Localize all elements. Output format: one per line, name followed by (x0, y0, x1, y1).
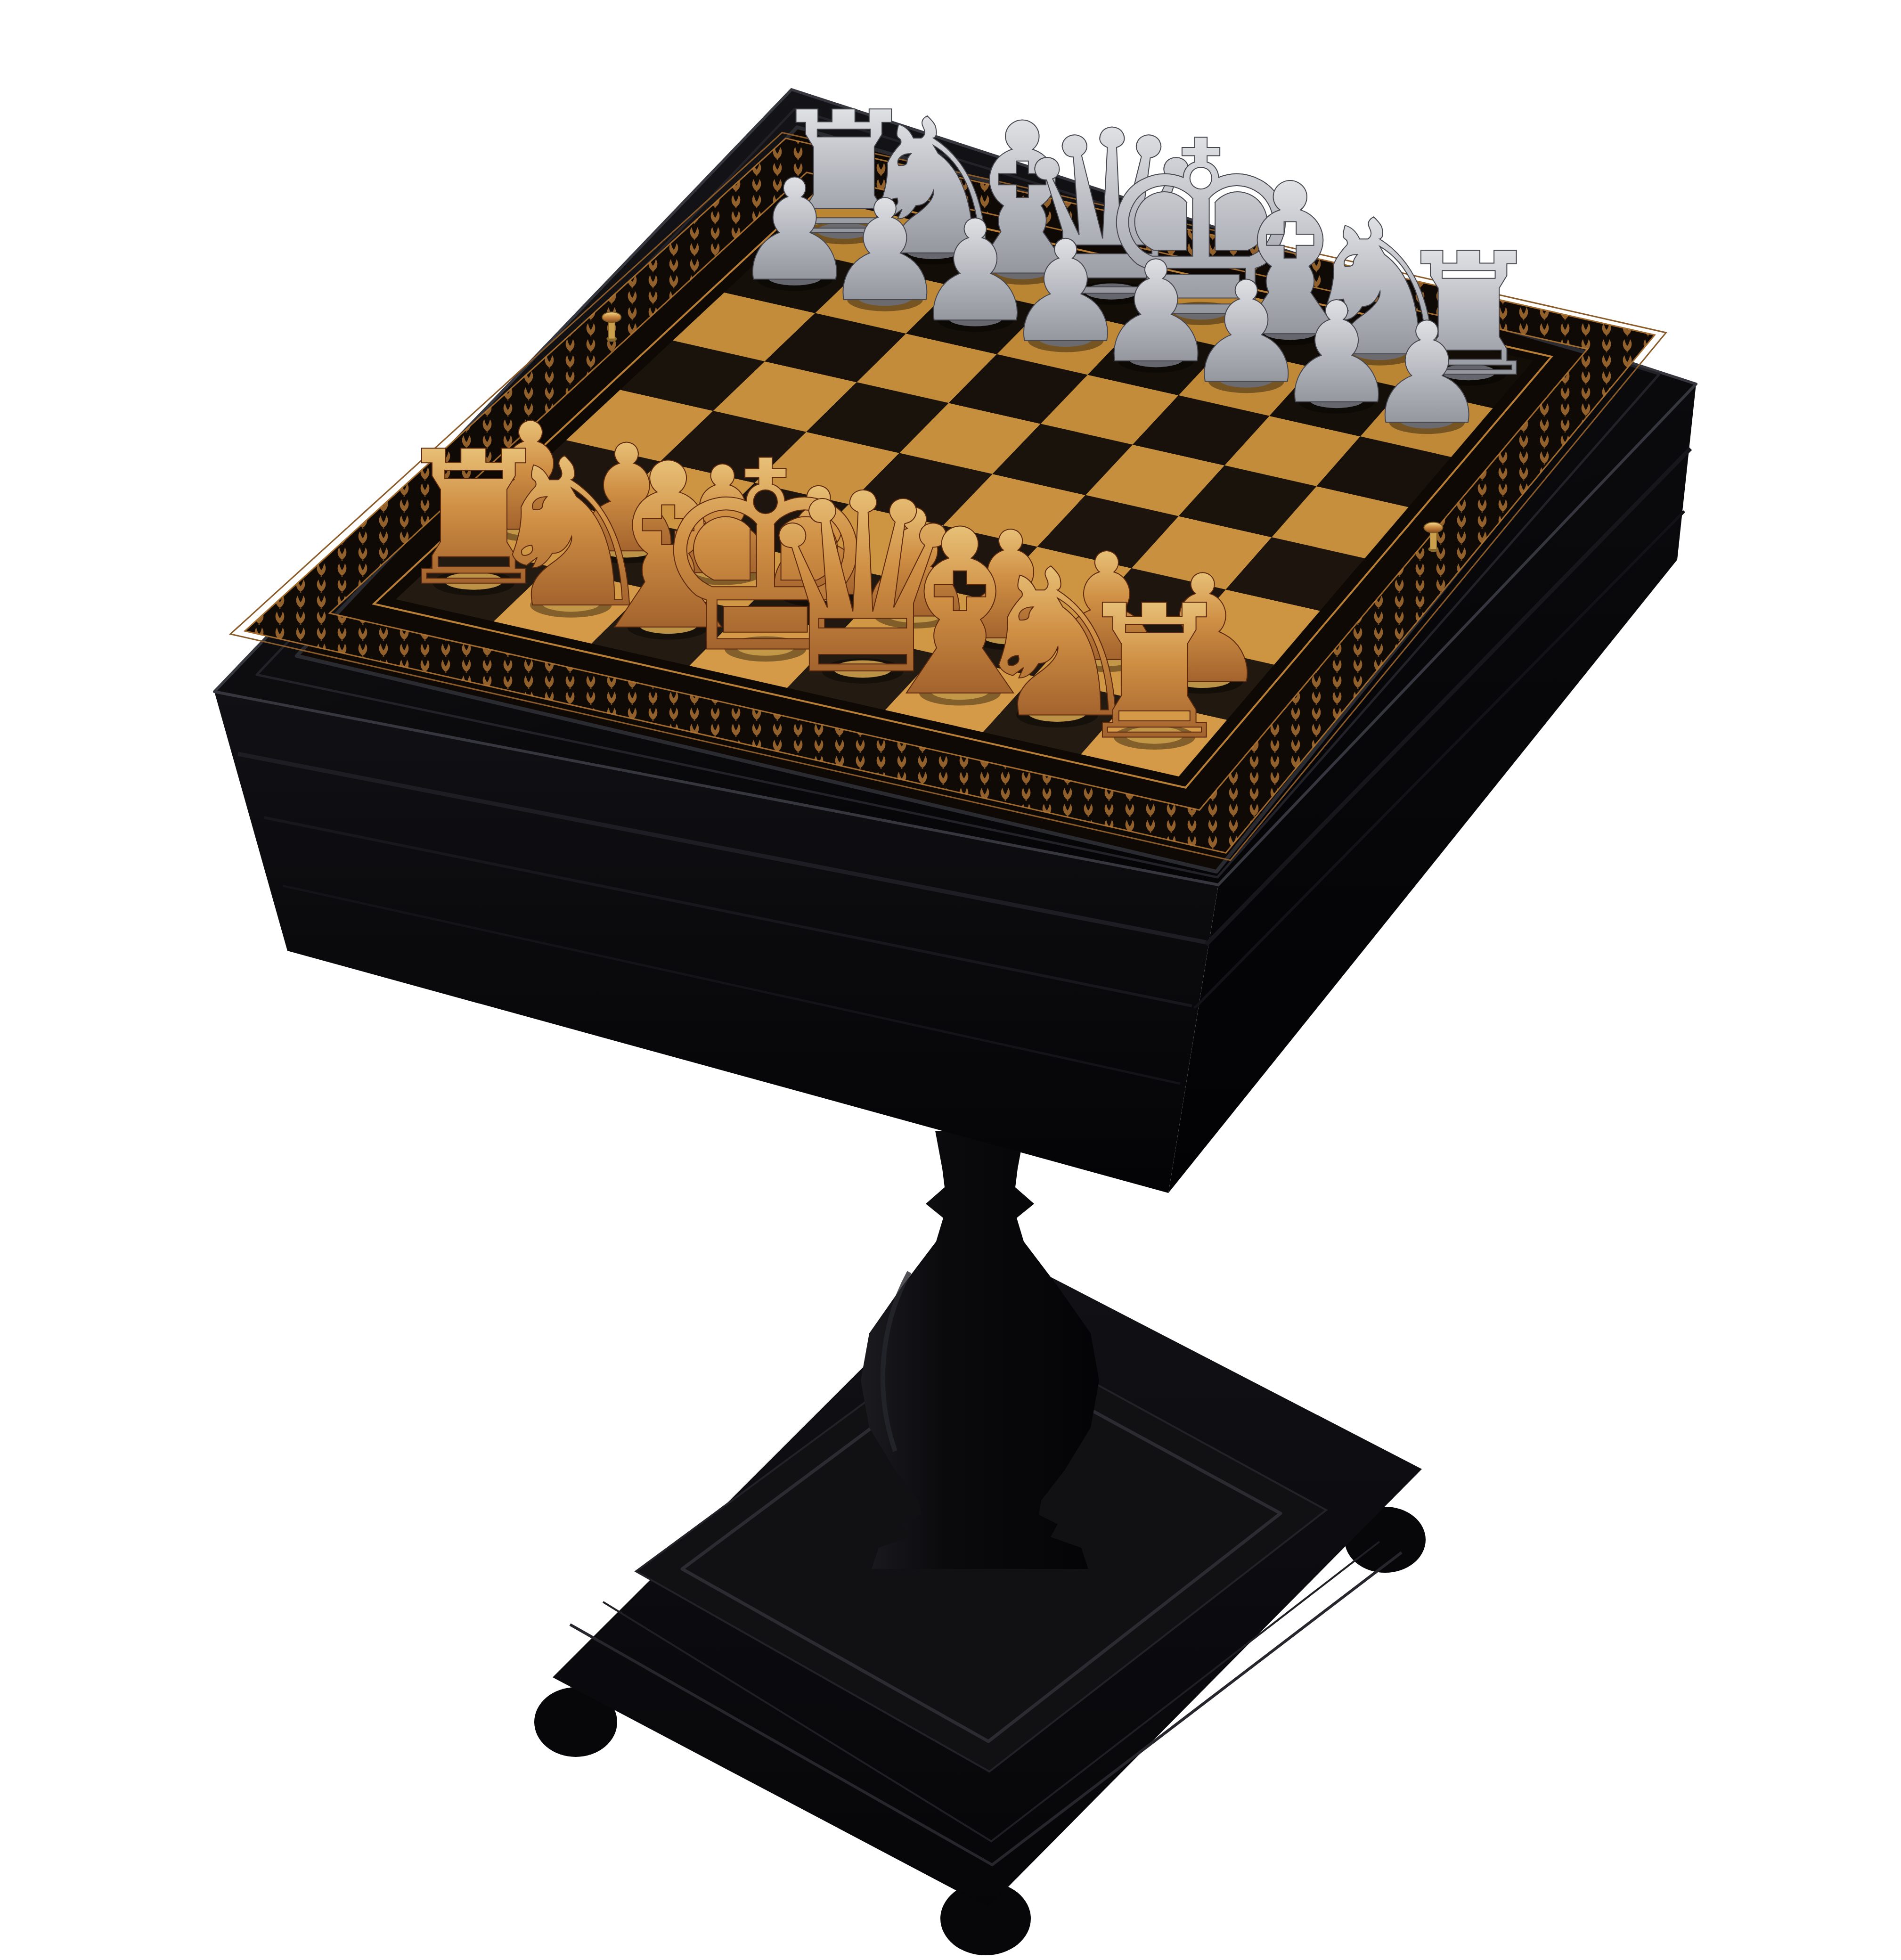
piece-black-pawn[interactable]: ♟ (1364, 292, 1490, 455)
piece-white-rook[interactable]: ♜ (1072, 565, 1237, 780)
svg-text:♟: ♟ (1364, 292, 1490, 455)
product-photo: ♜♞♝♛♚♝♞♜♟♟♟♟♟♟♟♟♟♟♟♟♟♟♟♟♜♞♝♚♛♝♞♜ (0, 0, 1901, 1960)
svg-text:♜: ♜ (1072, 565, 1237, 780)
